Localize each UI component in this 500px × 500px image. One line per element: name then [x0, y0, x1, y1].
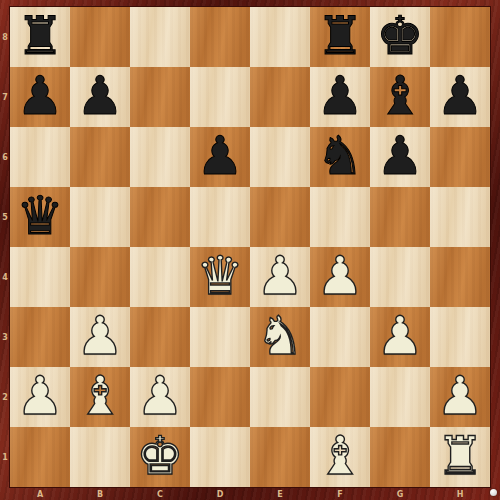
- file-label-h: H: [457, 489, 464, 498]
- rank-label-5: 5: [0, 213, 10, 222]
- file-label-b: B: [97, 489, 103, 498]
- piece-black-queen[interactable]: ♛: [16, 186, 64, 246]
- square-a5[interactable]: ♛: [10, 187, 70, 247]
- piece-white-king[interactable]: ♚: [136, 426, 184, 486]
- square-d1[interactable]: [190, 427, 250, 487]
- rank-label-1: 1: [0, 453, 10, 462]
- piece-black-pawn[interactable]: ♟: [16, 66, 64, 126]
- square-g1[interactable]: [370, 427, 430, 487]
- square-b3[interactable]: ♟: [70, 307, 130, 367]
- square-g2[interactable]: [370, 367, 430, 427]
- piece-white-pawn[interactable]: ♟: [376, 306, 424, 366]
- white-to-move-indicator: [490, 489, 497, 496]
- square-d2[interactable]: [190, 367, 250, 427]
- piece-white-rook[interactable]: ♜: [436, 426, 484, 486]
- square-e8[interactable]: [250, 7, 310, 67]
- square-f4[interactable]: ♟: [310, 247, 370, 307]
- square-a6[interactable]: [10, 127, 70, 187]
- file-coordinates: ABCDEFGH: [10, 487, 490, 500]
- piece-white-pawn[interactable]: ♟: [436, 366, 484, 426]
- piece-black-knight[interactable]: ♞: [316, 126, 364, 186]
- piece-white-queen[interactable]: ♛: [196, 246, 244, 306]
- piece-black-pawn[interactable]: ♟: [76, 66, 124, 126]
- square-h8[interactable]: [430, 7, 490, 67]
- square-h3[interactable]: [430, 307, 490, 367]
- square-g7[interactable]: ♝: [370, 67, 430, 127]
- rank-label-4: 4: [0, 273, 10, 282]
- file-label-g: G: [397, 489, 404, 498]
- square-d8[interactable]: [190, 7, 250, 67]
- chess-board: ♜♜♚♟♟♟♝♟♟♞♟♛♛♟♟♟♞♟♟♝♟♟♚♝♜: [10, 7, 490, 487]
- square-g8[interactable]: ♚: [370, 7, 430, 67]
- rank-label-6: 6: [0, 153, 10, 162]
- square-g6[interactable]: ♟: [370, 127, 430, 187]
- file-label-e: E: [277, 489, 282, 498]
- piece-white-bishop[interactable]: ♝: [316, 426, 364, 486]
- square-a4[interactable]: [10, 247, 70, 307]
- rank-label-7: 7: [0, 93, 10, 102]
- square-f3[interactable]: [310, 307, 370, 367]
- square-c3[interactable]: [130, 307, 190, 367]
- board-frame: ♜♜♚♟♟♟♝♟♟♞♟♛♛♟♟♟♞♟♟♝♟♟♚♝♜ 87654321 ABCDE…: [0, 0, 500, 500]
- file-label-f: F: [337, 489, 342, 498]
- square-b6[interactable]: [70, 127, 130, 187]
- square-a1[interactable]: [10, 427, 70, 487]
- square-f6[interactable]: ♞: [310, 127, 370, 187]
- square-e6[interactable]: [250, 127, 310, 187]
- file-label-a: A: [37, 489, 43, 498]
- square-g3[interactable]: ♟: [370, 307, 430, 367]
- square-h1[interactable]: ♜: [430, 427, 490, 487]
- piece-white-pawn[interactable]: ♟: [76, 306, 124, 366]
- square-h6[interactable]: [430, 127, 490, 187]
- square-c8[interactable]: [130, 7, 190, 67]
- square-h7[interactable]: ♟: [430, 67, 490, 127]
- piece-black-king[interactable]: ♚: [376, 6, 424, 66]
- piece-black-pawn[interactable]: ♟: [376, 126, 424, 186]
- square-d6[interactable]: ♟: [190, 127, 250, 187]
- square-d5[interactable]: [190, 187, 250, 247]
- piece-black-pawn[interactable]: ♟: [196, 126, 244, 186]
- square-h4[interactable]: [430, 247, 490, 307]
- square-d3[interactable]: [190, 307, 250, 367]
- square-g4[interactable]: [370, 247, 430, 307]
- piece-black-bishop[interactable]: ♝: [376, 66, 424, 126]
- piece-black-rook[interactable]: ♜: [16, 6, 64, 66]
- square-b4[interactable]: [70, 247, 130, 307]
- piece-white-pawn[interactable]: ♟: [136, 366, 184, 426]
- piece-black-pawn[interactable]: ♟: [316, 66, 364, 126]
- rank-label-8: 8: [0, 33, 10, 42]
- square-e1[interactable]: [250, 427, 310, 487]
- square-e5[interactable]: [250, 187, 310, 247]
- piece-black-pawn[interactable]: ♟: [436, 66, 484, 126]
- square-h5[interactable]: [430, 187, 490, 247]
- square-b2[interactable]: ♝: [70, 367, 130, 427]
- square-a8[interactable]: ♜: [10, 7, 70, 67]
- square-g5[interactable]: [370, 187, 430, 247]
- square-a3[interactable]: [10, 307, 70, 367]
- square-f1[interactable]: ♝: [310, 427, 370, 487]
- piece-white-pawn[interactable]: ♟: [316, 246, 364, 306]
- square-d4[interactable]: ♛: [190, 247, 250, 307]
- square-d7[interactable]: [190, 67, 250, 127]
- square-f8[interactable]: ♜: [310, 7, 370, 67]
- square-e7[interactable]: [250, 67, 310, 127]
- rank-coordinates: 87654321: [0, 7, 10, 487]
- square-a2[interactable]: ♟: [10, 367, 70, 427]
- piece-black-rook[interactable]: ♜: [316, 6, 364, 66]
- rank-label-3: 3: [0, 333, 10, 342]
- file-label-d: D: [217, 489, 224, 498]
- square-h2[interactable]: ♟: [430, 367, 490, 427]
- square-e3[interactable]: ♞: [250, 307, 310, 367]
- piece-white-bishop[interactable]: ♝: [76, 366, 124, 426]
- square-b5[interactable]: [70, 187, 130, 247]
- square-f2[interactable]: [310, 367, 370, 427]
- piece-white-pawn[interactable]: ♟: [16, 366, 64, 426]
- square-c5[interactable]: [130, 187, 190, 247]
- piece-white-knight[interactable]: ♞: [256, 306, 304, 366]
- square-e2[interactable]: [250, 367, 310, 427]
- piece-white-pawn[interactable]: ♟: [256, 246, 304, 306]
- square-b1[interactable]: [70, 427, 130, 487]
- square-c7[interactable]: [130, 67, 190, 127]
- square-c4[interactable]: [130, 247, 190, 307]
- square-c6[interactable]: [130, 127, 190, 187]
- square-e4[interactable]: ♟: [250, 247, 310, 307]
- file-label-c: C: [157, 489, 163, 498]
- rank-label-2: 2: [0, 393, 10, 402]
- square-b8[interactable]: [70, 7, 130, 67]
- square-b7[interactable]: ♟: [70, 67, 130, 127]
- square-c2[interactable]: ♟: [130, 367, 190, 427]
- square-f5[interactable]: [310, 187, 370, 247]
- square-f7[interactable]: ♟: [310, 67, 370, 127]
- square-a7[interactable]: ♟: [10, 67, 70, 127]
- square-c1[interactable]: ♚: [130, 427, 190, 487]
